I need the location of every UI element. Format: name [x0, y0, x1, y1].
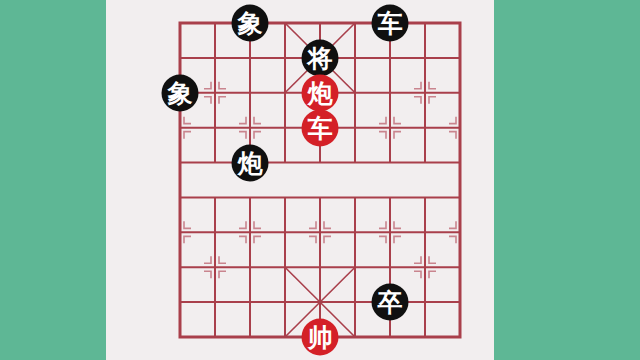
screenshot-root: { "game": "xiangqi", "scene": "puzzle-di… [0, 0, 640, 360]
piece-black-general[interactable]: 将 [302, 39, 339, 76]
piece-black-cannon[interactable]: 炮 [232, 144, 269, 181]
piece-red-cannon[interactable]: 炮 [302, 74, 339, 111]
piece-red-chariot[interactable]: 车 [302, 109, 339, 146]
piece-black-soldier[interactable]: 卒 [372, 284, 409, 321]
xiangqi-board[interactable]: 象车将象炮车炮卒帅 [180, 23, 460, 337]
piece-red-general[interactable]: 帅 [302, 319, 339, 356]
piece-black-chariot[interactable]: 车 [372, 5, 409, 42]
piece-black-elephant-2[interactable]: 象 [162, 74, 199, 111]
board-panel: 象车将象炮车炮卒帅 [106, 0, 494, 360]
piece-black-elephant-1[interactable]: 象 [232, 5, 269, 42]
